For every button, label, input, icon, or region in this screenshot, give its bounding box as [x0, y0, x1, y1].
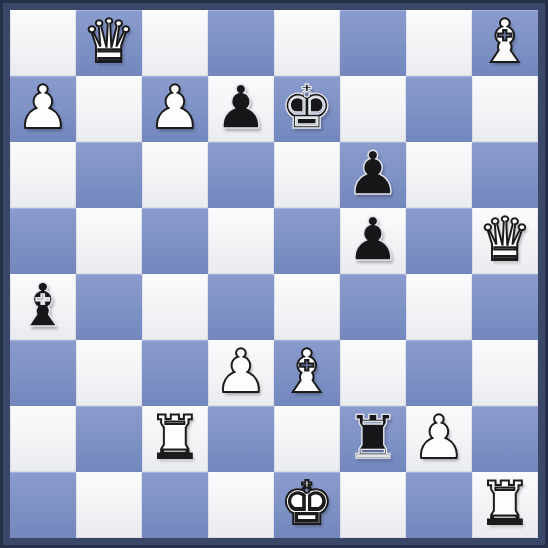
square-b1[interactable] [76, 472, 142, 538]
square-a7[interactable]: ♟ [10, 76, 76, 142]
square-b5[interactable] [76, 208, 142, 274]
square-e6[interactable] [274, 142, 340, 208]
square-f8[interactable] [340, 10, 406, 76]
piece-white-bishop-h8[interactable]: ♝ [478, 11, 532, 71]
piece-white-rook-c2[interactable]: ♜ [148, 407, 202, 467]
square-a6[interactable] [10, 142, 76, 208]
square-e2[interactable] [274, 406, 340, 472]
square-g2[interactable]: ♟ [406, 406, 472, 472]
square-c7[interactable]: ♟ [142, 76, 208, 142]
square-a5[interactable] [10, 208, 76, 274]
square-h2[interactable] [472, 406, 538, 472]
piece-white-queen-b8[interactable]: ♛ [82, 11, 136, 71]
piece-white-rook-h1[interactable]: ♜ [478, 473, 532, 533]
square-c4[interactable] [142, 274, 208, 340]
piece-black-bishop-a4[interactable]: ♝ [16, 275, 70, 335]
square-f7[interactable] [340, 76, 406, 142]
square-b4[interactable] [76, 274, 142, 340]
square-h5[interactable]: ♛ [472, 208, 538, 274]
square-b3[interactable] [76, 340, 142, 406]
piece-white-pawn-a7[interactable]: ♟ [16, 77, 70, 137]
square-g3[interactable] [406, 340, 472, 406]
square-d4[interactable] [208, 274, 274, 340]
square-c1[interactable] [142, 472, 208, 538]
square-e3[interactable]: ♝ [274, 340, 340, 406]
square-d1[interactable] [208, 472, 274, 538]
piece-white-king-e1[interactable]: ♚ [280, 473, 334, 533]
square-a1[interactable] [10, 472, 76, 538]
square-b6[interactable] [76, 142, 142, 208]
square-g5[interactable] [406, 208, 472, 274]
chess-board: ♛♝♟♟♟♚♟♟♛♝♟♝♜♜♟♚♜ [10, 10, 538, 538]
square-d7[interactable]: ♟ [208, 76, 274, 142]
square-d5[interactable] [208, 208, 274, 274]
square-f3[interactable] [340, 340, 406, 406]
square-f4[interactable] [340, 274, 406, 340]
square-b7[interactable] [76, 76, 142, 142]
piece-white-pawn-d3[interactable]: ♟ [214, 341, 268, 401]
square-b8[interactable]: ♛ [76, 10, 142, 76]
square-e4[interactable] [274, 274, 340, 340]
piece-black-pawn-f6[interactable]: ♟ [346, 143, 400, 203]
square-e5[interactable] [274, 208, 340, 274]
square-g8[interactable] [406, 10, 472, 76]
piece-white-queen-h5[interactable]: ♛ [478, 209, 532, 269]
square-d6[interactable] [208, 142, 274, 208]
square-g1[interactable] [406, 472, 472, 538]
square-g7[interactable] [406, 76, 472, 142]
square-d3[interactable]: ♟ [208, 340, 274, 406]
chess-board-frame: ♛♝♟♟♟♚♟♟♛♝♟♝♜♜♟♚♜ [0, 0, 548, 548]
square-f1[interactable] [340, 472, 406, 538]
square-a3[interactable] [10, 340, 76, 406]
square-d8[interactable] [208, 10, 274, 76]
square-h8[interactable]: ♝ [472, 10, 538, 76]
square-h4[interactable] [472, 274, 538, 340]
square-g6[interactable] [406, 142, 472, 208]
square-c5[interactable] [142, 208, 208, 274]
piece-white-pawn-c7[interactable]: ♟ [148, 77, 202, 137]
square-e8[interactable] [274, 10, 340, 76]
square-a4[interactable]: ♝ [10, 274, 76, 340]
square-h1[interactable]: ♜ [472, 472, 538, 538]
square-a2[interactable] [10, 406, 76, 472]
square-a8[interactable] [10, 10, 76, 76]
piece-black-rook-f2[interactable]: ♜ [346, 407, 400, 467]
piece-white-pawn-g2[interactable]: ♟ [412, 407, 466, 467]
piece-black-pawn-f5[interactable]: ♟ [346, 209, 400, 269]
piece-black-pawn-d7[interactable]: ♟ [214, 77, 268, 137]
square-c6[interactable] [142, 142, 208, 208]
square-g4[interactable] [406, 274, 472, 340]
piece-black-king-e7[interactable]: ♚ [280, 77, 334, 137]
piece-white-bishop-e3[interactable]: ♝ [280, 341, 334, 401]
square-c2[interactable]: ♜ [142, 406, 208, 472]
square-f5[interactable]: ♟ [340, 208, 406, 274]
square-h7[interactable] [472, 76, 538, 142]
square-e1[interactable]: ♚ [274, 472, 340, 538]
square-h3[interactable] [472, 340, 538, 406]
square-d2[interactable] [208, 406, 274, 472]
square-f2[interactable]: ♜ [340, 406, 406, 472]
square-c3[interactable] [142, 340, 208, 406]
square-e7[interactable]: ♚ [274, 76, 340, 142]
square-f6[interactable]: ♟ [340, 142, 406, 208]
square-b2[interactable] [76, 406, 142, 472]
square-c8[interactable] [142, 10, 208, 76]
square-h6[interactable] [472, 142, 538, 208]
